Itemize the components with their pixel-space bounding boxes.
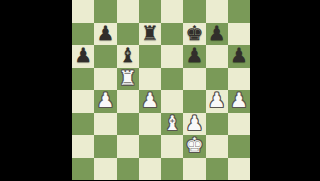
- square-g2[interactable]: [206, 135, 228, 158]
- square-e8[interactable]: [161, 0, 183, 23]
- square-g8[interactable]: [206, 0, 228, 23]
- square-g6[interactable]: [206, 45, 228, 68]
- square-a3[interactable]: [72, 113, 94, 136]
- square-b4[interactable]: ♟: [94, 90, 116, 113]
- square-c3[interactable]: [117, 113, 139, 136]
- square-c6[interactable]: ♝: [117, 45, 139, 68]
- square-c1[interactable]: [117, 158, 139, 181]
- square-h5[interactable]: [228, 68, 250, 91]
- square-e5[interactable]: [161, 68, 183, 91]
- square-h1[interactable]: [228, 158, 250, 181]
- square-d2[interactable]: [139, 135, 161, 158]
- square-c5[interactable]: ♜: [117, 68, 139, 91]
- black-bishop-icon: ♝: [119, 45, 137, 65]
- square-b5[interactable]: [94, 68, 116, 91]
- square-d6[interactable]: [139, 45, 161, 68]
- letterbox-right: [250, 0, 320, 180]
- square-h2[interactable]: [228, 135, 250, 158]
- square-a1[interactable]: [72, 158, 94, 181]
- square-a7[interactable]: [72, 23, 94, 46]
- square-b3[interactable]: [94, 113, 116, 136]
- square-a2[interactable]: [72, 135, 94, 158]
- square-f1[interactable]: [183, 158, 205, 181]
- square-e4[interactable]: [161, 90, 183, 113]
- square-c8[interactable]: [117, 0, 139, 23]
- square-b8[interactable]: [94, 0, 116, 23]
- black-pawn-icon: ♟: [74, 45, 92, 65]
- square-f6[interactable]: ♟: [183, 45, 205, 68]
- square-h3[interactable]: [228, 113, 250, 136]
- white-rook-icon: ♜: [119, 68, 137, 88]
- white-pawn-icon: ♟: [141, 90, 159, 110]
- black-pawn-icon: ♟: [185, 45, 203, 65]
- square-b6[interactable]: [94, 45, 116, 68]
- white-bishop-icon: ♝: [163, 113, 181, 133]
- black-king-icon: ♚: [185, 23, 203, 43]
- square-g1[interactable]: [206, 158, 228, 181]
- square-c4[interactable]: [117, 90, 139, 113]
- square-f3[interactable]: ♟: [183, 113, 205, 136]
- square-e7[interactable]: [161, 23, 183, 46]
- square-a8[interactable]: [72, 0, 94, 23]
- white-pawn-icon: ♟: [208, 90, 226, 110]
- white-pawn-icon: ♟: [185, 113, 203, 133]
- square-h8[interactable]: [228, 0, 250, 23]
- square-e1[interactable]: [161, 158, 183, 181]
- square-h6[interactable]: ♟: [228, 45, 250, 68]
- square-f2[interactable]: ♚: [183, 135, 205, 158]
- black-pawn-icon: ♟: [96, 23, 114, 43]
- square-f4[interactable]: [183, 90, 205, 113]
- square-f8[interactable]: [183, 0, 205, 23]
- square-g4[interactable]: ♟: [206, 90, 228, 113]
- square-e6[interactable]: [161, 45, 183, 68]
- square-h7[interactable]: [228, 23, 250, 46]
- square-f5[interactable]: [183, 68, 205, 91]
- square-h4[interactable]: ♟: [228, 90, 250, 113]
- square-d8[interactable]: [139, 0, 161, 23]
- square-a4[interactable]: [72, 90, 94, 113]
- square-e2[interactable]: [161, 135, 183, 158]
- square-d4[interactable]: ♟: [139, 90, 161, 113]
- square-g3[interactable]: [206, 113, 228, 136]
- square-f7[interactable]: ♚: [183, 23, 205, 46]
- square-d1[interactable]: [139, 158, 161, 181]
- square-g7[interactable]: ♟: [206, 23, 228, 46]
- square-d5[interactable]: [139, 68, 161, 91]
- black-pawn-icon: ♟: [230, 45, 248, 65]
- white-king-icon: ♚: [185, 135, 203, 155]
- black-pawn-icon: ♟: [208, 23, 226, 43]
- square-d3[interactable]: [139, 113, 161, 136]
- chess-board: ♟♜♚♟♟♝♟♟♜♟♟♟♟♝♟♚: [72, 0, 250, 180]
- square-e3[interactable]: ♝: [161, 113, 183, 136]
- square-a6[interactable]: ♟: [72, 45, 94, 68]
- square-a5[interactable]: [72, 68, 94, 91]
- white-pawn-icon: ♟: [96, 90, 114, 110]
- square-g5[interactable]: [206, 68, 228, 91]
- letterbox-left: [0, 0, 72, 180]
- square-b2[interactable]: [94, 135, 116, 158]
- black-rook-icon: ♜: [141, 23, 159, 43]
- square-b1[interactable]: [94, 158, 116, 181]
- square-c7[interactable]: [117, 23, 139, 46]
- white-pawn-icon: ♟: [230, 90, 248, 110]
- video-frame: ♟♜♚♟♟♝♟♟♜♟♟♟♟♝♟♚: [0, 0, 320, 180]
- square-d7[interactable]: ♜: [139, 23, 161, 46]
- square-c2[interactable]: [117, 135, 139, 158]
- square-b7[interactable]: ♟: [94, 23, 116, 46]
